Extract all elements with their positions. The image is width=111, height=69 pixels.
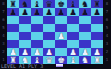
square-f2[interactable]: ♟ [67,48,79,56]
rank-label-left-5: 5 [0,24,7,32]
white-pawn: ♟ [81,48,89,56]
square-h6[interactable] [91,16,103,24]
rank-label-left-3: 3 [0,40,7,48]
chess-board: ♜♞♝♛♚♝♞♜♟♟♟♟♟♟♟♟♟♟♟♟♟♟♟♟♜♞♝♛♚♝♞♜ [7,0,103,64]
square-h8[interactable]: ♜ [91,0,103,8]
square-e2[interactable] [55,48,67,56]
black-queen: ♛ [45,0,53,8]
square-a4[interactable] [7,32,19,40]
white-pawn: ♟ [57,32,65,40]
black-pawn: ♟ [69,8,77,16]
square-g3[interactable] [79,40,91,48]
square-e8[interactable]: ♚ [55,0,67,8]
square-b6[interactable] [19,16,31,24]
rank-label-right-7: 7 [103,8,111,16]
black-pawn: ♟ [81,8,89,16]
square-d2[interactable]: ♟ [43,48,55,56]
rank-labels-left: 87654321 [0,0,7,64]
square-e1[interactable]: ♚ [55,56,67,64]
black-bishop: ♝ [33,0,41,8]
square-d1[interactable]: ♛ [43,56,55,64]
square-a7[interactable]: ♟ [7,8,19,16]
square-f8[interactable]: ♝ [67,0,79,8]
square-e5[interactable] [55,24,67,32]
square-f6[interactable] [67,16,79,24]
move-cursor [56,64,63,67]
square-c3[interactable] [31,40,43,48]
rank-label-right-2: 2 [103,48,111,56]
white-knight: ♞ [81,56,89,64]
square-b7[interactable]: ♟ [19,8,31,16]
square-h3[interactable] [91,40,103,48]
black-pawn: ♟ [93,8,101,16]
square-f3[interactable] [67,40,79,48]
rank-label-left-7: 7 [0,8,7,16]
black-knight: ♞ [21,0,29,8]
black-pawn: ♟ [21,8,29,16]
square-c7[interactable]: ♟ [31,8,43,16]
black-bishop: ♝ [69,0,77,8]
square-a3[interactable] [7,40,19,48]
rank-labels-right: 87654321 [103,0,111,64]
square-a2[interactable]: ♟ [7,48,19,56]
square-e3[interactable] [55,40,67,48]
square-b2[interactable]: ♟ [19,48,31,56]
square-g8[interactable]: ♞ [79,0,91,8]
square-b4[interactable] [19,32,31,40]
square-g5[interactable] [79,24,91,32]
white-king: ♚ [57,56,65,64]
black-rook: ♜ [93,0,101,8]
black-pawn: ♟ [33,8,41,16]
rank-label-right-5: 5 [103,24,111,32]
white-queen: ♛ [45,56,53,64]
square-g6[interactable] [79,16,91,24]
square-g2[interactable]: ♟ [79,48,91,56]
status-text: LEVEL A1 PLY 3 [1,64,43,69]
square-c4[interactable] [31,32,43,40]
square-h2[interactable]: ♟ [91,48,103,56]
square-h5[interactable] [91,24,103,32]
square-g7[interactable]: ♟ [79,8,91,16]
rank-label-left-2: 2 [0,48,7,56]
square-f7[interactable]: ♟ [67,8,79,16]
square-g4[interactable] [79,32,91,40]
black-knight: ♞ [81,0,89,8]
rank-label-left-4: 4 [0,32,7,40]
square-f4[interactable] [67,32,79,40]
rank-label-right-1: 1 [103,56,111,64]
white-pawn: ♟ [93,48,101,56]
square-f5[interactable] [67,24,79,32]
square-c5[interactable] [31,24,43,32]
white-pawn: ♟ [69,48,77,56]
square-a8[interactable]: ♜ [7,0,19,8]
square-e4[interactable]: ♟ [55,32,67,40]
square-d7[interactable]: ♟ [43,8,55,16]
rank-label-right-8: 8 [103,0,111,8]
square-d8[interactable]: ♛ [43,0,55,8]
square-a6[interactable] [7,16,19,24]
black-pawn: ♟ [57,8,65,16]
rank-label-right-3: 3 [103,40,111,48]
white-pawn: ♟ [33,48,41,56]
white-pawn: ♟ [45,48,53,56]
square-c2[interactable]: ♟ [31,48,43,56]
black-rook: ♜ [9,0,17,8]
square-h4[interactable] [91,32,103,40]
square-d5[interactable] [43,24,55,32]
white-pawn: ♟ [21,48,29,56]
square-b8[interactable]: ♞ [19,0,31,8]
white-pawn: ♟ [9,48,17,56]
rank-label-right-4: 4 [103,32,111,40]
square-c6[interactable] [31,16,43,24]
square-h7[interactable]: ♟ [91,8,103,16]
square-e6[interactable] [55,16,67,24]
chess-game-screen: 87654321 ♜♞♝♛♚♝♞♜♟♟♟♟♟♟♟♟♟♟♟♟♟♟♟♟♜♞♝♛♚♝♞… [0,0,111,69]
black-king: ♚ [57,0,65,8]
square-e7[interactable]: ♟ [55,8,67,16]
square-g1[interactable]: ♞ [79,56,91,64]
square-a5[interactable] [7,24,19,32]
square-b5[interactable] [19,24,31,32]
status-bar: LEVEL A1 PLY 3 [0,64,111,69]
white-bishop: ♝ [69,56,77,64]
white-rook: ♜ [93,56,101,64]
square-f1[interactable]: ♝ [67,56,79,64]
black-pawn: ♟ [45,8,53,16]
square-d4[interactable] [43,32,55,40]
rank-label-left-8: 8 [0,0,7,8]
square-c8[interactable]: ♝ [31,0,43,8]
rank-label-right-6: 6 [103,16,111,24]
square-b3[interactable] [19,40,31,48]
square-h1[interactable]: ♜ [91,56,103,64]
square-d3[interactable] [43,40,55,48]
black-pawn: ♟ [9,8,17,16]
rank-label-left-6: 6 [0,16,7,24]
square-d6[interactable] [43,16,55,24]
